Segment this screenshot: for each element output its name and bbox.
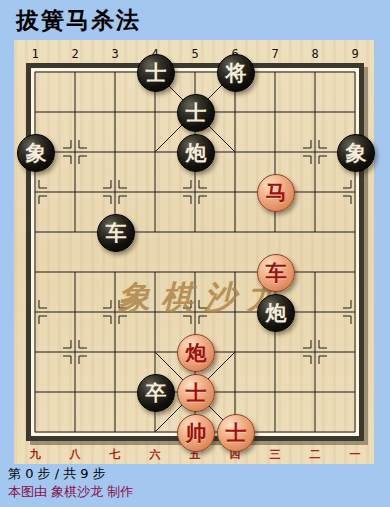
piece-black-车[interactable]: 车	[97, 214, 135, 252]
file-label-bottom: 一	[348, 447, 362, 462]
piece-black-象[interactable]: 象	[17, 134, 55, 172]
file-label-top: 3	[108, 47, 122, 61]
piece-black-士[interactable]: 士	[137, 54, 175, 92]
credit-text: 本图由 象棋沙龙 制作	[8, 483, 133, 501]
file-label-bottom: 八	[68, 447, 82, 462]
piece-red-马[interactable]: 马	[257, 174, 295, 212]
file-label-top: 5	[188, 47, 202, 61]
file-label-top: 8	[308, 47, 322, 61]
piece-black-炮[interactable]: 炮	[177, 134, 215, 172]
page-title: 拔簧马杀法	[16, 5, 141, 36]
file-label-top: 2	[68, 47, 82, 61]
move-counter: 第 0 步 / 共 9 步	[8, 465, 106, 483]
piece-red-士[interactable]: 士	[217, 414, 255, 452]
piece-red-士[interactable]: 士	[177, 374, 215, 412]
piece-black-卒[interactable]: 卒	[137, 374, 175, 412]
page-background: 拔簧马杀法 象棋沙龙 123456789 九八七六五四三二一 士将士象炮象马车车…	[0, 0, 390, 507]
file-label-top: 1	[28, 47, 42, 61]
file-label-bottom: 九	[28, 447, 42, 462]
piece-red-帅[interactable]: 帅	[177, 414, 215, 452]
piece-black-炮[interactable]: 炮	[257, 294, 295, 332]
piece-black-士[interactable]: 士	[177, 94, 215, 132]
file-label-bottom: 六	[148, 447, 162, 462]
file-label-top: 7	[268, 47, 282, 61]
piece-red-炮[interactable]: 炮	[177, 334, 215, 372]
xiangqi-board[interactable]: 象棋沙龙 123456789 九八七六五四三二一 士将士象炮象马车车炮炮卒士帅士	[14, 40, 374, 464]
piece-black-象[interactable]: 象	[337, 134, 375, 172]
file-label-bottom: 二	[308, 447, 322, 462]
file-label-bottom: 三	[268, 447, 282, 462]
piece-black-将[interactable]: 将	[217, 54, 255, 92]
file-label-bottom: 七	[108, 447, 122, 462]
piece-red-车[interactable]: 车	[257, 254, 295, 292]
file-label-top: 9	[348, 47, 362, 61]
